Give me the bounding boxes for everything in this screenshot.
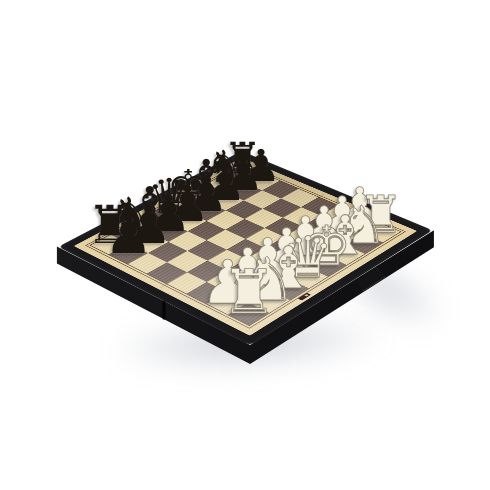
board-face <box>74 158 417 336</box>
chess-case <box>58 151 432 345</box>
board-tilt-wrapper <box>0 0 490 490</box>
chess-board <box>89 164 401 326</box>
product-photo: ♜♞♝♛♚♝♞♜♟♟♟♟♟♟♟♟♟♟♟♟♟♟♟♟♜♞♝♛♚♝♞♜ <box>0 0 490 490</box>
perspective-wrapper <box>0 0 490 490</box>
